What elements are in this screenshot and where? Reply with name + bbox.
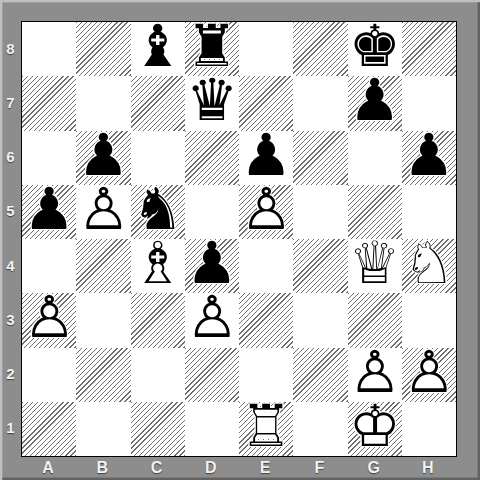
white-pawn-glyph: ♙ [348, 345, 402, 399]
piece-white-pawn[interactable]: ♟♙ [185, 293, 239, 347]
square-f7[interactable] [293, 76, 347, 130]
white-pawn-glyph: ♙ [239, 182, 293, 236]
square-d2[interactable] [185, 348, 239, 402]
black-queen-glyph: ♛ [185, 73, 239, 127]
white-knight-glyph: ♘ [402, 236, 456, 290]
file-label-g: G [347, 457, 401, 479]
piece-black-queen[interactable]: ♛♛ [185, 76, 239, 130]
piece-black-pawn[interactable]: ♟♟ [22, 185, 76, 239]
square-c3[interactable] [131, 293, 185, 347]
square-c8[interactable]: ♝♝ [131, 22, 185, 76]
square-a2[interactable] [22, 348, 76, 402]
square-e5[interactable]: ♟♙ [239, 185, 293, 239]
white-pawn-glyph: ♙ [402, 345, 456, 399]
square-a3[interactable]: ♟♙ [22, 293, 76, 347]
rank-label-8: 8 [0, 21, 21, 75]
black-pawn-glyph: ♟ [185, 236, 239, 290]
black-pawn-glyph: ♟ [22, 182, 76, 236]
rank-label-1: 1 [0, 401, 21, 455]
board: ♝♝♜♜♚♚♛♛♟♟♟♟♟♟♟♟♟♟♟♙♞♞♟♙♝♗♟♟♛♕♞♘♟♙♟♙♟♙♟♙… [21, 21, 457, 457]
square-f1[interactable] [293, 402, 347, 456]
square-c7[interactable] [131, 76, 185, 130]
white-queen-glyph: ♕ [348, 236, 402, 290]
piece-white-knight[interactable]: ♞♘ [402, 239, 456, 293]
file-label-b: B [75, 457, 129, 479]
square-f6[interactable] [293, 131, 347, 185]
square-f4[interactable] [293, 239, 347, 293]
black-king-glyph: ♚ [348, 19, 402, 73]
piece-white-queen[interactable]: ♛♕ [348, 239, 402, 293]
file-label-f: F [292, 457, 346, 479]
white-pawn-glyph: ♙ [185, 290, 239, 344]
rank-label-6: 6 [0, 130, 21, 184]
square-b1[interactable] [76, 402, 130, 456]
file-label-e: E [238, 457, 292, 479]
square-g4[interactable]: ♛♕ [348, 239, 402, 293]
square-h2[interactable]: ♟♙ [402, 348, 456, 402]
piece-white-king[interactable]: ♚♔ [348, 402, 402, 456]
square-d7[interactable]: ♛♛ [185, 76, 239, 130]
square-f5[interactable] [293, 185, 347, 239]
file-label-a: A [21, 457, 75, 479]
chess-diagram-frame: ♝♝♜♜♚♚♛♛♟♟♟♟♟♟♟♟♟♟♟♙♞♞♟♙♝♗♟♟♛♕♞♘♟♙♟♙♟♙♟♙… [0, 0, 480, 480]
rank-label-7: 7 [0, 75, 21, 129]
square-f2[interactable] [293, 348, 347, 402]
square-e3[interactable] [239, 293, 293, 347]
white-pawn-glyph: ♙ [76, 182, 130, 236]
piece-white-pawn[interactable]: ♟♙ [239, 185, 293, 239]
square-g1[interactable]: ♚♔ [348, 402, 402, 456]
piece-white-pawn[interactable]: ♟♙ [22, 293, 76, 347]
square-b2[interactable] [76, 348, 130, 402]
file-label-h: H [401, 457, 455, 479]
square-e4[interactable] [239, 239, 293, 293]
square-f3[interactable] [293, 293, 347, 347]
square-h4[interactable]: ♞♘ [402, 239, 456, 293]
piece-black-pawn[interactable]: ♟♟ [348, 76, 402, 130]
square-g7[interactable]: ♟♟ [348, 76, 402, 130]
square-b4[interactable] [76, 239, 130, 293]
white-king-glyph: ♔ [348, 399, 402, 453]
black-pawn-glyph: ♟ [402, 128, 456, 182]
piece-white-rook[interactable]: ♜♖ [239, 402, 293, 456]
black-pawn-glyph: ♟ [76, 128, 130, 182]
square-a5[interactable]: ♟♟ [22, 185, 76, 239]
square-a8[interactable] [22, 22, 76, 76]
square-d3[interactable]: ♟♙ [185, 293, 239, 347]
square-g6[interactable] [348, 131, 402, 185]
square-a7[interactable] [22, 76, 76, 130]
black-bishop-glyph: ♝ [131, 19, 185, 73]
black-pawn-glyph: ♟ [348, 73, 402, 127]
file-label-d: D [184, 457, 238, 479]
square-h6[interactable]: ♟♟ [402, 131, 456, 185]
square-b5[interactable]: ♟♙ [76, 185, 130, 239]
rank-label-2: 2 [0, 347, 21, 401]
piece-black-pawn[interactable]: ♟♟ [402, 131, 456, 185]
square-b8[interactable] [76, 22, 130, 76]
rank-label-5: 5 [0, 184, 21, 238]
piece-white-pawn[interactable]: ♟♙ [76, 185, 130, 239]
square-h8[interactable] [402, 22, 456, 76]
square-c1[interactable] [131, 402, 185, 456]
square-d6[interactable] [185, 131, 239, 185]
square-e1[interactable]: ♜♖ [239, 402, 293, 456]
square-c4[interactable]: ♝♗ [131, 239, 185, 293]
piece-black-bishop[interactable]: ♝♝ [131, 22, 185, 76]
black-rook-glyph: ♜ [185, 19, 239, 73]
white-pawn-glyph: ♙ [22, 290, 76, 344]
square-b3[interactable] [76, 293, 130, 347]
file-label-c: C [130, 457, 184, 479]
piece-white-bishop[interactable]: ♝♗ [131, 239, 185, 293]
square-c2[interactable] [131, 348, 185, 402]
square-e8[interactable] [239, 22, 293, 76]
black-pawn-glyph: ♟ [239, 128, 293, 182]
square-h1[interactable] [402, 402, 456, 456]
piece-white-pawn[interactable]: ♟♙ [402, 348, 456, 402]
black-knight-glyph: ♞ [131, 182, 185, 236]
rank-label-4: 4 [0, 238, 21, 292]
rank-label-3: 3 [0, 292, 21, 346]
square-f8[interactable] [293, 22, 347, 76]
white-bishop-glyph: ♗ [131, 236, 185, 290]
square-d1[interactable] [185, 402, 239, 456]
square-a1[interactable] [22, 402, 76, 456]
white-rook-glyph: ♖ [239, 399, 293, 453]
